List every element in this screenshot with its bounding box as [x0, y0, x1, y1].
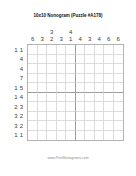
- grid-cell-r2c7[interactable]: [85, 55, 95, 65]
- grid-cell-r2c1[interactable]: [28, 55, 38, 65]
- grid-cell-r4c5[interactable]: [66, 74, 76, 84]
- grid-cell-r6c8[interactable]: [95, 93, 105, 103]
- col-clue-number: 6: [31, 36, 34, 43]
- col-clue-5: 41: [66, 26, 76, 43]
- grid-cell-r5c7[interactable]: [85, 83, 95, 93]
- grid-cell-r6c2[interactable]: [38, 93, 48, 103]
- grid-cell-r7c8[interactable]: [95, 102, 105, 112]
- row-clue-number: 3: [20, 104, 23, 110]
- row-clue-9: 32: [4, 121, 26, 131]
- grid-cell-r3c2[interactable]: [38, 64, 48, 74]
- col-clue-number: 4: [69, 29, 72, 36]
- grid-cell-r7c5[interactable]: [66, 102, 76, 112]
- grid-cell-r8c5[interactable]: [66, 112, 76, 122]
- grid-cell-r2c9[interactable]: [104, 55, 114, 65]
- row-clues: 11447151423323211: [4, 45, 26, 140]
- grid-cell-r8c10[interactable]: [114, 112, 124, 122]
- row-clue-number: 1: [14, 85, 17, 91]
- grid-cell-r4c8[interactable]: [95, 74, 105, 84]
- grid-cell-r5c10[interactable]: [114, 83, 124, 93]
- grid-cell-r3c10[interactable]: [114, 64, 124, 74]
- row-clue-number: 4: [20, 56, 23, 62]
- grid-cell-r7c6[interactable]: [76, 102, 86, 112]
- grid-cell-r5c4[interactable]: [57, 83, 67, 93]
- grid-cell-r3c8[interactable]: [95, 64, 105, 74]
- row-clue-1: 11: [4, 45, 26, 55]
- row-clue-number: 1: [20, 47, 23, 53]
- grid-cell-r10c3[interactable]: [47, 131, 57, 141]
- col-clue-10: 6: [114, 26, 124, 43]
- grid-cell-r3c5[interactable]: [66, 64, 76, 74]
- col-clue-1: 6: [28, 26, 38, 43]
- row-clue-number: 1: [14, 94, 17, 100]
- col-clue-number: 3: [60, 36, 63, 43]
- grid-cell-r1c4[interactable]: [57, 45, 67, 55]
- grid-cell-r3c9[interactable]: [104, 64, 114, 74]
- grid-cell-r1c5[interactable]: [66, 45, 76, 55]
- row-clue-number: 2: [20, 123, 23, 129]
- grid-cell-r10c8[interactable]: [95, 131, 105, 141]
- grid-cell-r4c3[interactable]: [47, 74, 57, 84]
- row-clue-number: 2: [20, 113, 23, 119]
- grid-cell-r10c2[interactable]: [38, 131, 48, 141]
- row-clue-number: 7: [20, 75, 23, 81]
- grid-cell-r1c10[interactable]: [114, 45, 124, 55]
- grid-cell-r1c1[interactable]: [28, 45, 38, 55]
- grid-cell-r1c2[interactable]: [38, 45, 48, 55]
- col-clue-6: 4: [76, 26, 86, 43]
- grid-cell-r1c8[interactable]: [95, 45, 105, 55]
- grid-cell-r10c7[interactable]: [85, 131, 95, 141]
- grid-cell-r3c7[interactable]: [85, 64, 95, 74]
- col-clue-3: 32: [47, 26, 57, 43]
- row-clue-number: 3: [14, 123, 17, 129]
- grid-cell-r6c6[interactable]: [76, 93, 86, 103]
- grid-cell-r3c4[interactable]: [57, 64, 67, 74]
- grid-cell-r6c4[interactable]: [57, 93, 67, 103]
- grid-cell-r7c4[interactable]: [57, 102, 67, 112]
- col-clue-number: 4: [98, 36, 101, 43]
- grid-cell-r8c7[interactable]: [85, 112, 95, 122]
- grid-cell-r4c6[interactable]: [76, 74, 86, 84]
- grid-cell-r1c6[interactable]: [76, 45, 86, 55]
- col-clue-number: 3: [50, 29, 53, 36]
- row-clue-8: 32: [4, 112, 26, 122]
- footer-url: www.PrintNonograms.com: [0, 156, 136, 160]
- grid-cell-r8c8[interactable]: [95, 112, 105, 122]
- grid-cell-r9c6[interactable]: [76, 121, 86, 131]
- grid-cell-r5c6[interactable]: [76, 83, 86, 93]
- puzzle-page: 10x10 Nonogram (Puzzle #A178) 6332341434…: [0, 0, 136, 176]
- grid-cell-r8c6[interactable]: [76, 112, 86, 122]
- grid-cell-r5c2[interactable]: [38, 83, 48, 93]
- grid-cell-r2c3[interactable]: [47, 55, 57, 65]
- col-clue-number: 4: [79, 36, 82, 43]
- row-clue-7: 23: [4, 102, 26, 112]
- grid-cell-r6c10[interactable]: [114, 93, 124, 103]
- grid-cell-r5c1[interactable]: [28, 83, 38, 93]
- grid-cell-r9c10[interactable]: [114, 121, 124, 131]
- grid-cell-r7c1[interactable]: [28, 102, 38, 112]
- grid-cell-r10c4[interactable]: [57, 131, 67, 141]
- grid-cell-r1c7[interactable]: [85, 45, 95, 55]
- row-clue-number: 3: [14, 113, 17, 119]
- col-clue-8: 4: [95, 26, 105, 43]
- grid-cell-r6c3[interactable]: [47, 93, 57, 103]
- grid-cell-r2c4[interactable]: [57, 55, 67, 65]
- grid-cell-r6c9[interactable]: [104, 93, 114, 103]
- column-clues: 633234143466: [28, 26, 123, 43]
- grid-cell-r7c9[interactable]: [104, 102, 114, 112]
- grid-cell-r4c4[interactable]: [57, 74, 67, 84]
- grid-cell-r6c5[interactable]: [66, 93, 76, 103]
- col-clue-9: 6: [104, 26, 114, 43]
- grid-cell-r8c2[interactable]: [38, 112, 48, 122]
- grid-cell-r6c7[interactable]: [85, 93, 95, 103]
- row-clue-number: 1: [14, 47, 17, 53]
- grid-cell-r10c6[interactable]: [76, 131, 86, 141]
- grid-cell-r9c9[interactable]: [104, 121, 114, 131]
- grid-cell-r5c9[interactable]: [104, 83, 114, 93]
- nonogram-grid[interactable]: [27, 44, 124, 141]
- grid-cell-r10c5[interactable]: [66, 131, 76, 141]
- grid-cell-r1c3[interactable]: [47, 45, 57, 55]
- grid-cell-r9c5[interactable]: [66, 121, 76, 131]
- grid-cell-r3c1[interactable]: [28, 64, 38, 74]
- grid-cell-r2c5[interactable]: [66, 55, 76, 65]
- grid-cell-r9c8[interactable]: [95, 121, 105, 131]
- row-clue-number: 1: [20, 132, 23, 138]
- grid-cell-r7c10[interactable]: [114, 102, 124, 112]
- grid-cell-r4c1[interactable]: [28, 74, 38, 84]
- grid-cell-r8c4[interactable]: [57, 112, 67, 122]
- grid-cell-r9c1[interactable]: [28, 121, 38, 131]
- col-clue-number: 6: [107, 36, 110, 43]
- col-clue-number: 1: [69, 36, 72, 43]
- grid-cell-r8c3[interactable]: [47, 112, 57, 122]
- grid-cell-r3c3[interactable]: [47, 64, 57, 74]
- col-clue-number: 3: [88, 36, 91, 43]
- row-clue-number: 2: [14, 104, 17, 110]
- grid-cell-r7c7[interactable]: [85, 102, 95, 112]
- grid-cell-r9c3[interactable]: [47, 121, 57, 131]
- row-clue-number: 5: [20, 85, 23, 91]
- row-clue-number: 4: [20, 94, 23, 100]
- grid-cell-r4c10[interactable]: [114, 74, 124, 84]
- row-clue-10: 11: [4, 131, 26, 141]
- col-clue-number: 6: [117, 36, 120, 43]
- grid-cell-r9c4[interactable]: [57, 121, 67, 131]
- grid-cell-r6c1[interactable]: [28, 93, 38, 103]
- col-clue-2: 3: [38, 26, 48, 43]
- grid-cell-r4c7[interactable]: [85, 74, 95, 84]
- grid-cell-r8c9[interactable]: [104, 112, 114, 122]
- row-clue-number: 1: [14, 132, 17, 138]
- grid-cell-r10c1[interactable]: [28, 131, 38, 141]
- row-clue-4: 7: [4, 74, 26, 84]
- grid-cell-r9c7[interactable]: [85, 121, 95, 131]
- grid-cell-r8c1[interactable]: [28, 112, 38, 122]
- grid-cell-r10c10[interactable]: [114, 131, 124, 141]
- grid-cell-r2c2[interactable]: [38, 55, 48, 65]
- grid-cell-r10c9[interactable]: [104, 131, 114, 141]
- grid-cell-r4c9[interactable]: [104, 74, 114, 84]
- puzzle-title: 10x10 Nonogram (Puzzle #A178): [0, 13, 136, 18]
- grid-cell-r3c6[interactable]: [76, 64, 86, 74]
- grid-cell-r9c2[interactable]: [38, 121, 48, 131]
- col-clue-number: 2: [50, 36, 53, 43]
- grid-cell-r5c8[interactable]: [95, 83, 105, 93]
- grid-cell-r5c5[interactable]: [66, 83, 76, 93]
- col-clue-4: 3: [57, 26, 67, 43]
- grid-cell-r1c9[interactable]: [104, 45, 114, 55]
- grid-cell-r7c3[interactable]: [47, 102, 57, 112]
- row-clue-2: 4: [4, 55, 26, 65]
- row-clue-3: 4: [4, 64, 26, 74]
- grid-cell-r7c2[interactable]: [38, 102, 48, 112]
- col-clue-number: 3: [41, 36, 44, 43]
- row-clue-number: 4: [20, 66, 23, 72]
- grid-cell-r5c3[interactable]: [47, 83, 57, 93]
- grid-cell-r2c6[interactable]: [76, 55, 86, 65]
- col-clue-7: 3: [85, 26, 95, 43]
- grid-cell-r2c10[interactable]: [114, 55, 124, 65]
- row-clue-5: 15: [4, 83, 26, 93]
- grid-cell-r4c2[interactable]: [38, 74, 48, 84]
- grid-cell-r2c8[interactable]: [95, 55, 105, 65]
- row-clue-6: 14: [4, 93, 26, 103]
